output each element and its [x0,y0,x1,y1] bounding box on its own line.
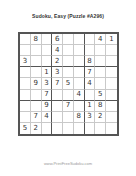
sudoku-cell-r1c4: 6 [52,34,63,45]
sudoku-cell-r5c1 [20,78,31,89]
sudoku-cell-r7c1 [20,101,31,112]
sudoku-cell-r8c4 [52,112,63,123]
sudoku-cell-r6c4 [52,90,63,101]
sudoku-cell-r2c7 [85,45,96,56]
sudoku-cell-r4c7: 7 [85,67,96,78]
sudoku-cell-r1c5 [63,34,74,45]
sudoku-cell-r4c3: 1 [42,67,53,78]
sudoku-cell-r9c2: 2 [31,123,42,134]
sudoku-cell-r9c7 [85,123,96,134]
sudoku-cell-r9c6 [74,123,85,134]
sudoku-cell-r9c9 [106,123,117,134]
sudoku-cell-r3c9 [106,56,117,67]
footer-url: www.PrintFreeSudoku.com [0,161,136,166]
sudoku-cell-r9c5 [63,123,74,134]
sudoku-cell-r5c6 [74,78,85,89]
sudoku-cell-r3c8 [95,56,106,67]
sudoku-cell-r6c9 [106,90,117,101]
sudoku-cell-r8c2: 7 [31,112,42,123]
sudoku-cell-r1c6 [74,34,85,45]
sudoku-cell-r8c5 [63,112,74,123]
sudoku-cell-r5c2: 9 [31,78,42,89]
page-title: Sudoku, Easy (Puzzle #A296) [0,13,136,19]
sudoku-cell-r5c9 [106,78,117,89]
sudoku-cell-r6c1 [20,90,31,101]
sudoku-cell-r1c7 [85,34,96,45]
sudoku-cell-r8c9 [106,112,117,123]
sudoku-cell-r6c6: 4 [74,90,85,101]
sudoku-cell-r8c1 [20,112,31,123]
sudoku-cell-r3c2 [31,56,42,67]
sudoku-cell-r8c6: 8 [74,112,85,123]
printable-sudoku-page: Sudoku, Easy (Puzzle #A296) 864143281379… [0,0,136,176]
sudoku-cell-r1c3 [42,34,53,45]
sudoku-cell-r7c3: 9 [42,101,53,112]
sudoku-cell-r9c8 [95,123,106,134]
sudoku-cell-r6c2 [31,90,42,101]
sudoku-cell-r5c8 [95,78,106,89]
sudoku-cell-r8c8: 2 [95,112,106,123]
sudoku-cell-r4c5 [63,67,74,78]
sudoku-cell-r3c1: 3 [20,56,31,67]
sudoku-cell-r6c5 [63,90,74,101]
sudoku-cell-r2c5 [63,45,74,56]
sudoku-cell-r6c7 [85,90,96,101]
sudoku-cell-r9c4 [52,123,63,134]
sudoku-cell-r2c4: 4 [52,45,63,56]
sudoku-cell-r1c2: 8 [31,34,42,45]
sudoku-cell-r6c8: 5 [95,90,106,101]
sudoku-cell-r8c3: 4 [42,112,53,123]
sudoku-cell-r5c5: 5 [63,78,74,89]
sudoku-cell-r4c8 [95,67,106,78]
sudoku-cell-r8c7: 3 [85,112,96,123]
sudoku-cell-r4c6 [74,67,85,78]
sudoku-cell-r5c7: 4 [85,78,96,89]
sudoku-board: 864143281379375474597187483252 [18,32,119,136]
sudoku-cell-r4c2 [31,67,42,78]
sudoku-cell-r7c6 [74,101,85,112]
sudoku-cell-r5c3: 3 [42,78,53,89]
sudoku-cell-r1c1 [20,34,31,45]
sudoku-cell-r2c2 [31,45,42,56]
sudoku-cell-r2c9 [106,45,117,56]
sudoku-cell-r3c6 [74,56,85,67]
sudoku-cell-r2c1 [20,45,31,56]
sudoku-cell-r7c9 [106,101,117,112]
sudoku-cell-r6c3: 7 [42,90,53,101]
sudoku-cell-r4c9 [106,67,117,78]
sudoku-cell-r3c3 [42,56,53,67]
sudoku-cell-r2c8 [95,45,106,56]
sudoku-cell-r1c8: 4 [95,34,106,45]
sudoku-cell-r3c5 [63,56,74,67]
sudoku-cell-r9c1: 5 [20,123,31,134]
sudoku-cell-r5c4: 7 [52,78,63,89]
sudoku-cell-r7c2 [31,101,42,112]
sudoku-cell-r4c4: 3 [52,67,63,78]
sudoku-cell-r2c6 [74,45,85,56]
sudoku-cell-r3c4: 2 [52,56,63,67]
sudoku-cell-r2c3 [42,45,53,56]
sudoku-cell-r7c4 [52,101,63,112]
sudoku-cell-r1c9: 1 [106,34,117,45]
sudoku-cell-r7c8: 8 [95,101,106,112]
sudoku-cell-r3c7: 8 [85,56,96,67]
sudoku-cell-r7c7: 1 [85,101,96,112]
sudoku-cell-r4c1 [20,67,31,78]
sudoku-cell-r7c5: 7 [63,101,74,112]
sudoku-cell-r9c3 [42,123,53,134]
